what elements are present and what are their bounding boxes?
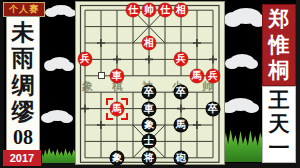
- player-char: 郑: [269, 9, 290, 30]
- piece-red-horse[interactable]: 馬: [190, 69, 204, 83]
- title-char: 未: [12, 21, 35, 44]
- last-move-origin-marker: [98, 72, 105, 79]
- piece-red-horse[interactable]: 馬: [110, 102, 124, 116]
- cloud: [227, 98, 254, 111]
- cloud: [46, 110, 69, 121]
- piece-black-advisor[interactable]: 士: [142, 134, 156, 148]
- title-char: 雨: [12, 47, 35, 70]
- title-char: 绸: [12, 74, 35, 97]
- piece-red-advisor[interactable]: 仕: [158, 3, 172, 17]
- episode-number: 08: [13, 127, 33, 147]
- piece-red-soldier[interactable]: 兵: [206, 69, 220, 83]
- piece-black-elephant[interactable]: 象: [110, 151, 124, 165]
- title-char: 缪: [12, 100, 35, 123]
- last-move-corner-mark: [121, 98, 128, 105]
- last-move-corner-mark: [106, 98, 113, 105]
- event-badge: 个人赛: [3, 2, 45, 17]
- board-intersections[interactable]: 仕帅仕相相兵兵車馬兵馬卒卒車卒象馬士象将砲: [77, 2, 221, 166]
- piece-red-advisor[interactable]: 仕: [126, 3, 140, 17]
- piece-red-king[interactable]: 帅: [142, 3, 156, 17]
- piece-red-chariot[interactable]: 車: [110, 69, 124, 83]
- player-char: 桐: [269, 60, 290, 81]
- player-char: 惟: [269, 35, 290, 56]
- piece-black-elephant[interactable]: 象: [142, 118, 156, 132]
- grass: [222, 126, 263, 162]
- player-name-bottom: 王 天 一: [262, 86, 296, 163]
- xiangqi-board: 象棋神少帅 仕帅仕相相兵兵車馬兵馬卒卒車卒象馬士象将砲: [75, 1, 225, 165]
- last-move-corner-mark: [106, 113, 113, 120]
- piece-black-cannon[interactable]: 砲: [174, 151, 188, 165]
- year-badge: 2017: [3, 150, 41, 166]
- right-edge: [296, 0, 300, 168]
- piece-red-soldier[interactable]: 兵: [174, 52, 188, 66]
- cloud: [50, 5, 72, 15]
- player-char: 王: [269, 90, 290, 111]
- piece-black-chariot[interactable]: 車: [142, 102, 156, 116]
- scene: 个人赛 未 雨 绸 缪 08 2017 象棋神少帅 仕帅仕相相兵兵車馬兵馬卒卒車…: [0, 0, 300, 168]
- grass: [42, 146, 76, 164]
- last-move-corner-mark: [121, 113, 128, 120]
- piece-black-general[interactable]: 将: [142, 151, 156, 165]
- episode-title-strip: 未 雨 绸 缪 08: [6, 16, 40, 151]
- player-char: 天: [269, 114, 290, 135]
- piece-black-horse[interactable]: 馬: [174, 118, 188, 132]
- piece-black-soldier[interactable]: 卒: [174, 85, 188, 99]
- piece-black-soldier[interactable]: 卒: [206, 102, 220, 116]
- piece-black-soldier[interactable]: 卒: [142, 85, 156, 99]
- piece-red-elephant[interactable]: 相: [142, 36, 156, 50]
- player-name-top: 郑 惟 桐: [262, 4, 296, 86]
- left-edge: [0, 0, 4, 168]
- cloud: [49, 57, 70, 69]
- cloud: [230, 54, 254, 67]
- cloud: [231, 8, 261, 24]
- piece-red-soldier[interactable]: 兵: [78, 52, 92, 66]
- player-char: 一: [269, 138, 290, 159]
- piece-red-elephant[interactable]: 相: [174, 3, 188, 17]
